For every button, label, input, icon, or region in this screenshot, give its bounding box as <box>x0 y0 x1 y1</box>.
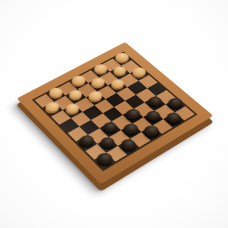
board-grid: ⛀⛀⛂⛀⛂⛂⛀⛀⛂⛀⛂⛂⛀⛀⛂⛀⛂⛂⛀⛀⛂⛀⛂⛂ <box>35 53 195 169</box>
checker-piece-dark[interactable]: ⛂ <box>164 111 184 125</box>
checkers-board: ⛀⛀⛂⛀⛂⛂⛀⛀⛂⛀⛂⛂⛀⛀⛂⛀⛂⛂⛀⛀⛂⛀⛂⛂ <box>17 42 214 184</box>
product-photo-scene: ⛀⛀⛂⛀⛂⛂⛀⛀⛂⛀⛂⛂⛀⛀⛂⛀⛂⛂⛀⛀⛂⛀⛂⛂ <box>0 0 228 228</box>
board-playfield: ⛀⛀⛂⛀⛂⛂⛀⛀⛂⛀⛂⛂⛀⛀⛂⛀⛂⛂⛀⛀⛂⛀⛂⛂ <box>32 51 198 171</box>
